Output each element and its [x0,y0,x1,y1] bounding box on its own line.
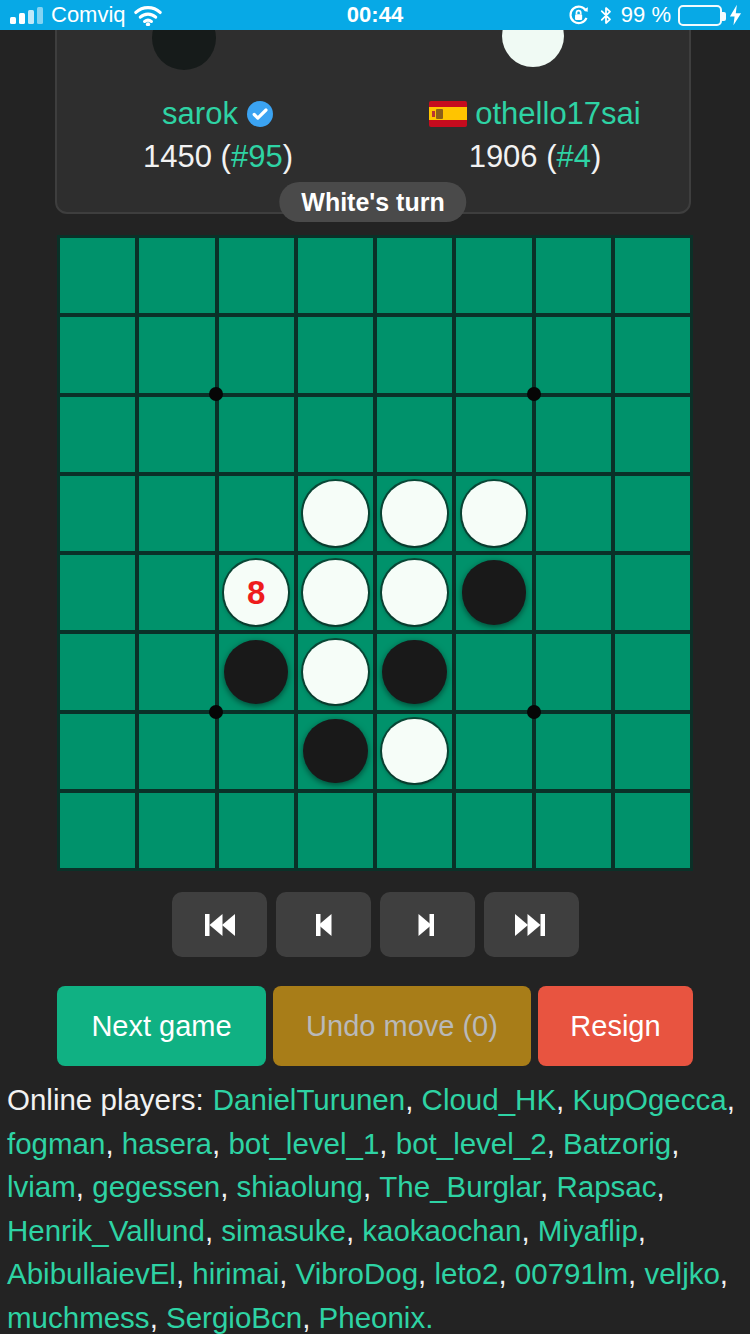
signal-icon [10,6,43,25]
online-player-link[interactable]: Pheonix [319,1301,426,1334]
list-separator: , [150,1301,166,1334]
resign-button[interactable]: Resign [538,986,693,1066]
board-cell[interactable] [456,634,531,709]
online-players: Online players:DanielTurunen, Cloud_HK, … [7,1078,745,1334]
board-cell[interactable] [377,476,452,551]
online-player-link[interactable]: Batzorig [563,1127,671,1160]
online-player-link[interactable]: kaokaochan [362,1214,521,1247]
list-separator: , [540,1170,556,1203]
online-player-link[interactable]: muchmess [7,1301,150,1334]
board-cell[interactable] [615,634,690,709]
go-to-start-icon [200,910,238,940]
board-star-dot [209,387,223,401]
player-right-name[interactable]: othello17sai [475,96,640,132]
board-cell[interactable] [139,317,214,392]
list-separator: , [346,1214,362,1247]
undo-move-button[interactable]: Undo move (0) [273,986,531,1066]
player-card: sarok 1450 (#95) othello17sai 1906 (#4) … [55,18,691,214]
list-separator: , [405,1083,421,1116]
board-cell[interactable] [219,397,294,472]
online-player-link[interactable]: leto2 [434,1257,498,1290]
white-disc [382,719,447,784]
list-separator: , [105,1127,121,1160]
board-star-dot [527,705,541,719]
board-cell[interactable] [456,238,531,313]
white-disc [382,560,447,625]
board-cell[interactable] [536,793,611,868]
white-disc [382,481,447,546]
board-cell[interactable] [456,555,531,630]
online-player-link[interactable]: bot_level_1 [228,1127,379,1160]
spain-flag-icon [429,101,467,127]
online-player-link[interactable]: 00791lm [515,1257,628,1290]
white-disc [462,481,527,546]
white-disc [303,481,368,546]
board-cell[interactable] [615,476,690,551]
board-cell[interactable] [60,714,135,789]
board-cell[interactable] [536,555,611,630]
board-cell[interactable] [60,397,135,472]
board-cell[interactable] [298,555,373,630]
list-separator: , [205,1214,221,1247]
board-star-dot [209,705,223,719]
board-cell[interactable]: 8 [219,555,294,630]
previous-move-button[interactable] [276,892,371,957]
board-cell[interactable] [60,634,135,709]
online-player-link[interactable]: Cloud_HK [422,1083,556,1116]
online-player-link[interactable]: SergioBcn [166,1301,302,1334]
online-player-link[interactable]: AbibullaievEl [7,1257,176,1290]
board-cell[interactable] [377,317,452,392]
board-cell[interactable] [456,397,531,472]
list-separator: , [379,1127,395,1160]
list-separator: , [212,1127,228,1160]
list-separator: , [720,1257,728,1290]
online-player-link[interactable]: lviam [7,1170,76,1203]
board-cell[interactable] [139,634,214,709]
clock: 00:44 [347,2,403,28]
board-cell[interactable] [536,238,611,313]
board-cell[interactable] [615,238,690,313]
board-cell[interactable] [615,397,690,472]
list-separator: , [176,1257,192,1290]
next-game-button[interactable]: Next game [57,986,266,1066]
online-player-link[interactable]: simasuke [221,1214,346,1247]
board-cell[interactable] [219,317,294,392]
online-player-link[interactable]: Miyaflip [538,1214,638,1247]
board-cell[interactable] [536,634,611,709]
list-separator: , [220,1170,236,1203]
board-cell[interactable] [298,317,373,392]
next-move-icon [408,910,446,940]
go-to-end-button[interactable] [484,892,579,957]
online-player-link[interactable]: hirimai [192,1257,279,1290]
board-cell[interactable] [377,238,452,313]
online-players-names: DanielTurunen, Cloud_HK, KupOgecca, fogm… [7,1083,735,1334]
black-disc [303,719,368,784]
board-cell[interactable] [139,714,214,789]
white-disc: 8 [224,560,289,625]
list-separator: , [363,1170,379,1203]
online-player-link[interactable]: Henrik_Vallund [7,1214,205,1247]
player-right-rating: 1906 (#4) [379,139,691,175]
online-player-link[interactable]: hasera [122,1127,212,1160]
list-separator: , [556,1083,572,1116]
board-cell[interactable] [219,793,294,868]
battery-percent: 99 % [621,2,671,28]
online-player-link[interactable]: DanielTurunen [213,1083,405,1116]
online-player-link[interactable]: The_Burglar [379,1170,540,1203]
wifi-icon [134,5,162,26]
list-separator: , [76,1170,92,1203]
board-cell[interactable] [456,714,531,789]
board-cell[interactable] [219,476,294,551]
status-bar: Comviq 00:44 99 % [0,0,750,30]
board-cell[interactable] [536,317,611,392]
board-cell[interactable] [60,555,135,630]
board-cell[interactable] [456,793,531,868]
list-separator: , [727,1083,735,1116]
board-star-dot [527,387,541,401]
board-cell[interactable] [219,634,294,709]
board-cell[interactable] [456,476,531,551]
previous-move-icon [304,910,342,940]
board-cell[interactable] [377,634,452,709]
list-separator: , [656,1170,664,1203]
board-cell[interactable] [536,714,611,789]
bluetooth-icon [598,4,614,27]
online-player-link[interactable]: bot_level_2 [396,1127,547,1160]
board-cell[interactable] [60,476,135,551]
online-player-link[interactable]: Rapsac [556,1170,656,1203]
battery-icon [678,5,722,26]
board-cell[interactable] [456,317,531,392]
board-cell[interactable] [298,476,373,551]
board-cell[interactable] [298,634,373,709]
board-cell[interactable] [536,397,611,472]
board-cell[interactable] [219,238,294,313]
list-separator: , [671,1127,679,1160]
board-cell[interactable] [615,317,690,392]
list-separator: , [302,1301,318,1334]
app-screen: sarok 1450 (#95) othello17sai 1906 (#4) … [0,0,750,1334]
black-disc [462,560,527,625]
go-to-end-icon [512,910,550,940]
board-cell[interactable] [219,714,294,789]
board-cell[interactable] [298,793,373,868]
list-separator: , [279,1257,295,1290]
board-cell[interactable] [139,397,214,472]
playback-controls [0,892,750,957]
go-to-start-button[interactable] [172,892,267,957]
list-separator: , [628,1257,644,1290]
board-cell[interactable] [615,793,690,868]
board-cell[interactable] [60,793,135,868]
turn-indicator: White's turn [279,182,466,222]
carrier-label: Comviq [51,2,126,28]
board-cell[interactable] [377,555,452,630]
list-separator: , [418,1257,434,1290]
online-player-link[interactable]: VibroDog [296,1257,418,1290]
white-disc [303,560,368,625]
board-cell[interactable] [536,476,611,551]
player-right-name-row: othello17sai [379,96,691,132]
online-player-link[interactable]: KupOgecca [572,1083,726,1116]
online-player-link[interactable]: shiaolung [237,1170,363,1203]
board-cell[interactable] [60,317,135,392]
board-cell[interactable] [298,714,373,789]
list-separator: , [547,1127,563,1160]
list-separator: , [638,1214,646,1247]
board-cell[interactable] [377,397,452,472]
player-left-name-row: sarok [62,96,374,132]
last-move-number: 8 [247,574,265,612]
verified-badge-icon [246,100,274,128]
charging-bolt-icon [729,4,742,26]
board-cell[interactable] [615,555,690,630]
list-separator: , [521,1214,537,1247]
board-cell[interactable] [377,793,452,868]
black-disc [382,640,447,705]
board: 8 [57,235,693,871]
next-move-button[interactable] [380,892,475,957]
white-disc [303,640,368,705]
online-players-label: Online players: [7,1083,204,1116]
online-player-link[interactable]: gegessen [92,1170,220,1203]
board-cell[interactable] [139,793,214,868]
board-cell[interactable] [139,555,214,630]
board-cell[interactable] [377,714,452,789]
board-cell[interactable] [298,397,373,472]
rotation-lock-icon [566,3,591,28]
player-left-rating: 1450 (#95) [62,139,374,175]
board-cell[interactable] [60,238,135,313]
player-left-name[interactable]: sarok [162,96,238,132]
actions-row: Next game Undo move (0) Resign [57,986,693,1066]
online-player-link[interactable]: fogman [7,1127,105,1160]
list-terminator: . [425,1301,433,1334]
board-cell[interactable] [615,714,690,789]
board-cell[interactable] [298,238,373,313]
list-separator: , [498,1257,514,1290]
black-disc [224,640,289,705]
online-player-link[interactable]: veljko [644,1257,719,1290]
board-cell[interactable] [139,476,214,551]
board-cell[interactable] [139,238,214,313]
